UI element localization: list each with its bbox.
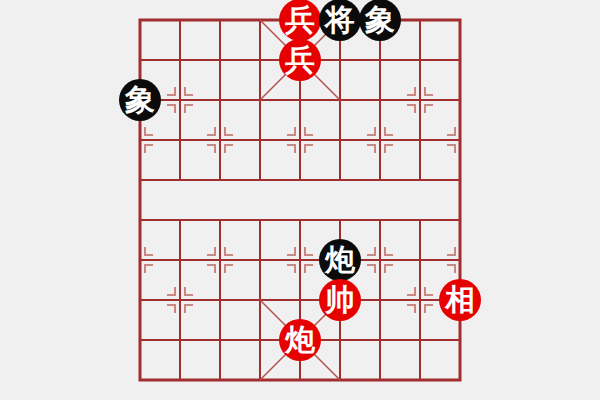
black-elephant-1[interactable]: 象 xyxy=(359,0,401,41)
red-elephant[interactable]: 相 xyxy=(439,279,481,321)
red-general[interactable]: 帅 xyxy=(319,279,361,321)
piece-layer: 兵将象兵象炮帅相炮 xyxy=(120,0,480,400)
black-elephant-2[interactable]: 象 xyxy=(119,79,161,121)
black-general[interactable]: 将 xyxy=(319,0,361,41)
red-soldier-1[interactable]: 兵 xyxy=(279,0,321,41)
red-cannon[interactable]: 炮 xyxy=(279,319,321,361)
black-cannon[interactable]: 炮 xyxy=(319,239,361,281)
red-soldier-2[interactable]: 兵 xyxy=(279,39,321,81)
xiangqi-endgame-screenshot: 兵将象兵象炮帅相炮 xyxy=(0,0,600,400)
